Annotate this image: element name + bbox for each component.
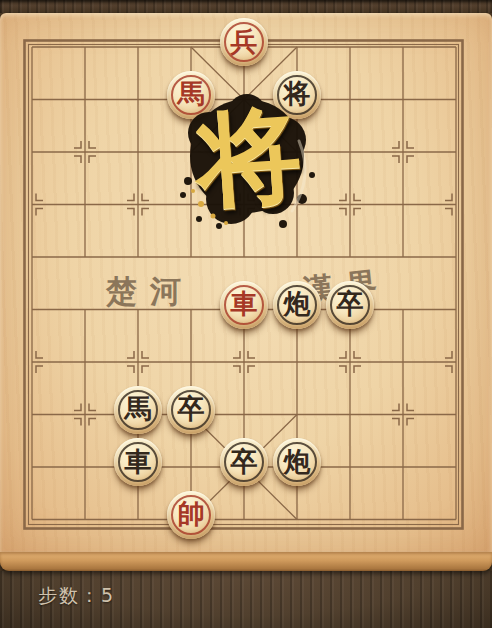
piece-black-general[interactable]: 将 [273,71,321,119]
piece-black-horse[interactable]: 馬 [114,386,162,434]
piece-character: 帥 [178,500,205,527]
move-counter-value: 5 [101,584,115,606]
piece-character: 将 [284,80,311,107]
piece-black-cannon[interactable]: 炮 [273,438,321,486]
piece-character: 卒 [231,448,258,475]
piece-character: 車 [125,448,152,475]
piece-black-soldier[interactable]: 卒 [220,438,268,486]
piece-character: 炮 [284,448,311,475]
piece-character: 馬 [125,395,152,422]
piece-character: 車 [231,290,258,317]
move-counter: 步数：5 [38,583,115,609]
piece-character: 卒 [178,395,205,422]
piece-black-cannon[interactable]: 炮 [273,281,321,329]
piece-character: 炮 [284,290,311,317]
piece-character: 兵 [231,28,258,55]
piece-character: 馬 [178,80,205,107]
piece-red-horse[interactable]: 馬 [167,71,215,119]
river-label-chu-he: 楚河 [106,271,194,313]
move-counter-label: 步数： [38,584,101,606]
piece-red-chariot[interactable]: 車 [220,281,268,329]
xiangqi-app-screen: { "game": "xiangqi", "position": { "fen_… [0,0,492,628]
piece-black-soldier[interactable]: 卒 [326,281,374,329]
piece-black-soldier[interactable]: 卒 [167,386,215,434]
piece-red-soldier[interactable]: 兵 [220,18,268,66]
piece-character: 卒 [337,290,364,317]
piece-red-general[interactable]: 帥 [167,491,215,539]
piece-black-chariot[interactable]: 車 [114,438,162,486]
